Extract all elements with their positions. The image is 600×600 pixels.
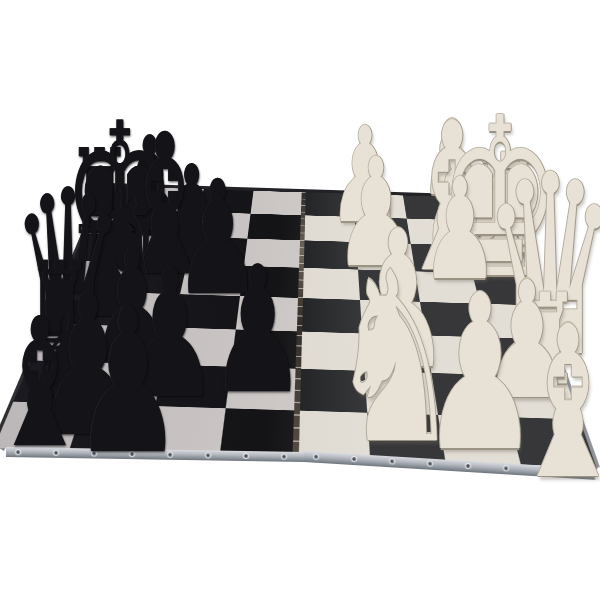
pieces-layer: ♜♟♚♝♟♟♞♛♜♟♟♟♞♟♝♟♟♟♟♜♟♝♞♚♟♛♟♜♟♞♟♝ (0, 0, 600, 600)
product-photo-stage: ♜♟♚♝♟♟♞♛♜♟♟♟♞♟♝♟♟♟♟♜♟♝♞♚♟♛♟♜♟♞♟♝ (0, 0, 600, 600)
piece-black-pawn: ♟ (72, 282, 183, 482)
piece-black-pawn: ♟ (209, 243, 306, 418)
piece-white-bishop: ♝ (510, 299, 600, 509)
